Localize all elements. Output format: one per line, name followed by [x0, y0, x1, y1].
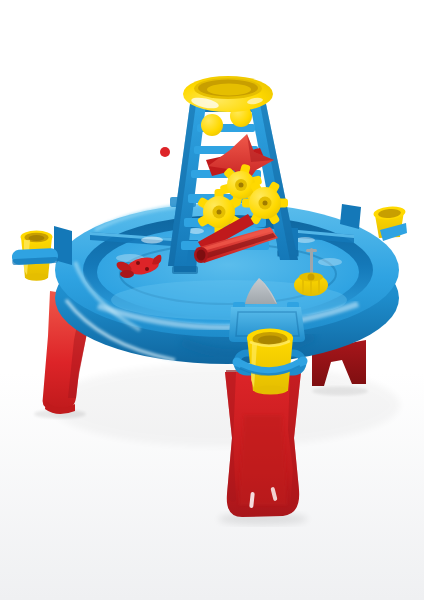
axle-peg	[160, 147, 170, 157]
cup-clamp	[12, 248, 59, 265]
play-ball	[201, 114, 223, 136]
funnel-top	[183, 76, 273, 112]
mast-crossbar	[306, 249, 317, 252]
tower-left-foot-base	[172, 266, 198, 274]
product-photo	[0, 0, 424, 600]
play-table-illustration	[0, 0, 424, 600]
